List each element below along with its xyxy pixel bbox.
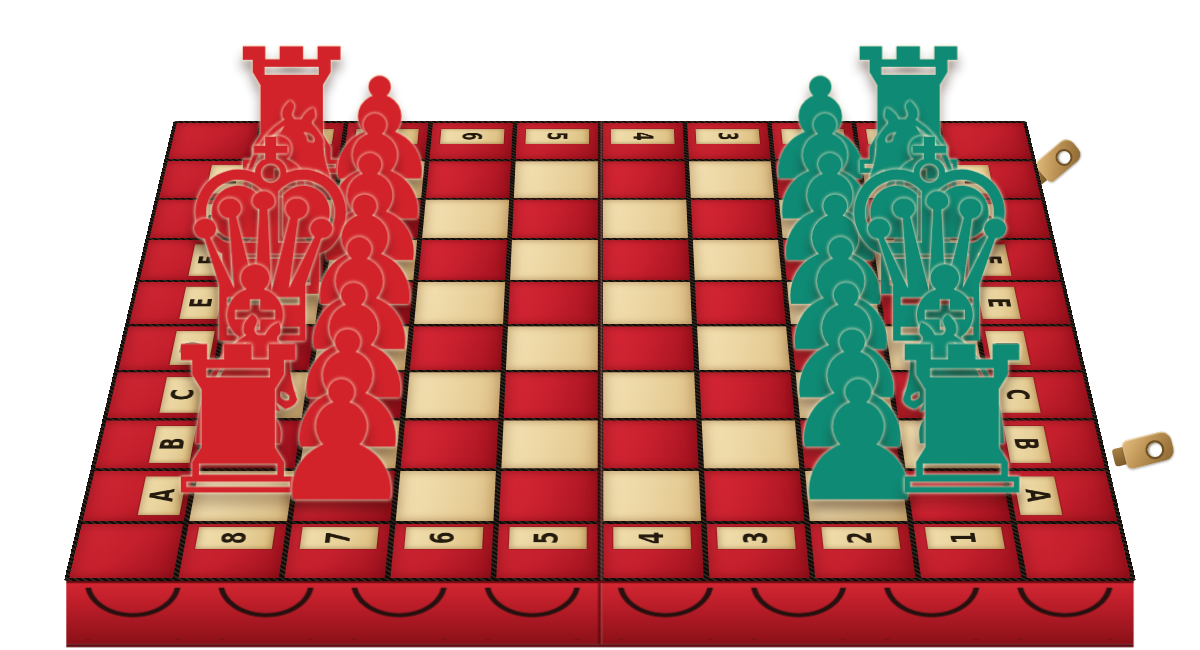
rank-label-2-front: 2 [810,524,916,578]
coordinate-label: 3 [714,132,742,140]
square-b5[interactable] [502,420,598,468]
coordinate-label: 4 [635,532,668,544]
rank-label-5-front: 5 [497,524,598,578]
green-rook[interactable]: ♜ [871,321,1053,525]
square-g4[interactable] [602,200,687,238]
coordinate-label: 6 [427,532,461,544]
border-corner [1017,524,1131,578]
coordinate-plaque: 7 [300,527,380,550]
photo-scene: 87654321H♜♟♟♜HG♞♟♟♞GF♝♟♟♝FE♚♟♟♚ED♛♟♟♛DC♝… [0,0,1200,650]
coordinate-plaque: 4 [614,527,691,550]
rank-label-6-front: 6 [391,524,494,578]
coordinate-label: 1 [947,532,982,544]
coordinate-label: 7 [322,532,357,544]
coordinate-label: 5 [531,532,564,544]
rank-label-7-front: 7 [285,524,391,578]
square-d4[interactable] [603,326,694,370]
rank-label-3-front: 3 [706,524,809,578]
square-c4[interactable] [603,372,696,418]
coordinate-plaque: 2 [821,527,901,550]
square-f4[interactable] [602,240,689,280]
square-a1[interactable]: ♜ [906,471,1011,521]
square-f5[interactable] [510,240,597,280]
square-e5[interactable] [508,282,597,324]
coordinate-plaque: 1 [924,527,1005,550]
coordinate-plaque: 3 [717,527,796,550]
rank-label-8-front: 8 [178,524,286,578]
coordinate-plaque: 5 [509,527,586,550]
square-e4[interactable] [602,282,691,324]
rank-label-1-front: 1 [913,524,1021,578]
fold-seam-front [597,583,604,644]
coordinate-plaque: 4 [611,129,674,144]
square-h5[interactable] [514,161,597,198]
square-c5[interactable] [504,372,597,418]
coordinate-plaque: 5 [526,129,589,144]
coordinate-label: 5 [544,132,571,140]
board-grid: 87654321H♜♟♟♜HG♞♟♟♞GF♝♟♟♝FE♚♟♟♚ED♛♟♟♛DC♝… [64,121,1136,580]
chess-board: 87654321H♜♟♟♜HG♞♟♟♞GF♝♟♟♝FE♚♟♟♚ED♛♟♟♛DC♝… [64,121,1136,580]
coordinate-plaque: 8 [195,527,276,550]
rank-label-4-front: 4 [603,524,704,578]
coordinate-label: 2 [843,532,878,544]
coordinate-label: 8 [218,532,253,544]
square-g5[interactable] [512,200,597,238]
coordinate-plaque: 6 [440,129,504,144]
coordinate-label: 2 [799,132,827,140]
rank-label-5-back: 5 [516,123,598,159]
coordinate-plaque: 3 [696,129,760,144]
coordinate-plaque: 6 [404,527,483,550]
coordinate-label: 6 [458,132,486,140]
coordinate-label: 3 [739,532,773,544]
box-front-face [66,581,1133,648]
border-corner [69,524,183,578]
rank-label-4-back: 4 [602,123,684,159]
coordinate-label: 4 [629,132,656,140]
square-h4[interactable] [602,161,685,198]
square-a5[interactable] [499,471,597,521]
red-pawn[interactable]: ♟ [267,359,415,524]
coordinate-label: 7 [373,132,401,140]
square-d5[interactable] [506,326,597,370]
square-a4[interactable] [603,471,701,521]
square-b4[interactable] [603,420,699,468]
fold-seam [597,121,604,580]
square-a7[interactable]: ♟ [293,471,396,521]
